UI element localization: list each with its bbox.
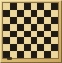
square-g1[interactable] [44, 51, 51, 58]
square-c2[interactable] [17, 44, 24, 51]
checkerboard-scene [0, 0, 62, 63]
square-b7[interactable] [10, 10, 17, 17]
square-c5[interactable] [17, 24, 24, 31]
square-a8[interactable] [3, 3, 10, 10]
square-c6[interactable] [17, 17, 24, 24]
square-f1[interactable] [37, 51, 44, 58]
square-c4[interactable] [17, 31, 24, 38]
square-d7[interactable] [24, 10, 31, 17]
square-b6[interactable] [10, 17, 17, 24]
maker-stamp [7, 57, 12, 60]
square-g3[interactable] [44, 37, 51, 44]
square-b3[interactable] [10, 37, 17, 44]
square-d6[interactable] [24, 17, 31, 24]
square-f7[interactable] [37, 10, 44, 17]
square-c8[interactable] [17, 3, 24, 10]
square-f2[interactable] [37, 44, 44, 51]
square-g2[interactable] [44, 44, 51, 51]
square-d5[interactable] [24, 24, 31, 31]
square-h6[interactable] [51, 17, 58, 24]
square-f6[interactable] [37, 17, 44, 24]
square-a6[interactable] [3, 17, 10, 24]
square-d4[interactable] [24, 31, 31, 38]
square-d8[interactable] [24, 3, 31, 10]
square-f5[interactable] [37, 24, 44, 31]
square-a7[interactable] [3, 10, 10, 17]
square-d3[interactable] [24, 37, 31, 44]
square-h4[interactable] [51, 31, 58, 38]
square-a5[interactable] [3, 24, 10, 31]
square-c1[interactable] [17, 51, 24, 58]
square-e3[interactable] [31, 37, 38, 44]
square-a2[interactable] [3, 44, 10, 51]
square-e7[interactable] [31, 10, 38, 17]
square-e4[interactable] [31, 31, 38, 38]
square-d2[interactable] [24, 44, 31, 51]
square-h3[interactable] [51, 37, 58, 44]
square-f8[interactable] [37, 3, 44, 10]
square-c7[interactable] [17, 10, 24, 17]
square-g7[interactable] [44, 10, 51, 17]
board [3, 3, 58, 58]
square-a3[interactable] [3, 37, 10, 44]
square-g4[interactable] [44, 31, 51, 38]
square-e2[interactable] [31, 44, 38, 51]
square-e6[interactable] [31, 17, 38, 24]
square-b8[interactable] [10, 3, 17, 10]
square-h8[interactable] [51, 3, 58, 10]
square-g6[interactable] [44, 17, 51, 24]
square-h1[interactable] [51, 51, 58, 58]
square-h7[interactable] [51, 10, 58, 17]
square-e8[interactable] [31, 3, 38, 10]
square-h5[interactable] [51, 24, 58, 31]
square-g8[interactable] [44, 3, 51, 10]
square-d1[interactable] [24, 51, 31, 58]
square-b2[interactable] [10, 44, 17, 51]
square-f4[interactable] [37, 31, 44, 38]
square-e5[interactable] [31, 24, 38, 31]
square-a4[interactable] [3, 31, 10, 38]
square-b5[interactable] [10, 24, 17, 31]
square-g5[interactable] [44, 24, 51, 31]
square-f3[interactable] [37, 37, 44, 44]
square-c3[interactable] [17, 37, 24, 44]
square-h2[interactable] [51, 44, 58, 51]
square-e1[interactable] [31, 51, 38, 58]
square-b4[interactable] [10, 31, 17, 38]
